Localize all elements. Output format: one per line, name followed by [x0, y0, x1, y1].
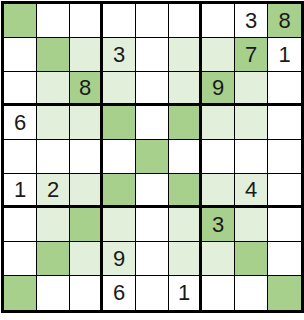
cell-r1c6[interactable] — [169, 4, 202, 38]
cell-r3c4[interactable] — [103, 72, 136, 106]
cell-r4c2[interactable] — [37, 106, 70, 140]
cell-r8c1[interactable] — [4, 242, 37, 276]
cell-r3c9[interactable] — [268, 72, 301, 106]
cell-r5c8[interactable] — [235, 140, 268, 174]
cell-r3c2[interactable] — [37, 72, 70, 106]
cell-r6c6[interactable] — [169, 174, 202, 208]
sudoku-board: 383718961243961 — [1, 1, 304, 313]
cell-r2c5[interactable] — [136, 38, 169, 72]
cell-r4c7[interactable] — [202, 106, 235, 140]
cell-r2c9[interactable]: 1 — [268, 38, 301, 72]
cell-r9c2[interactable] — [37, 276, 70, 310]
cell-r4c9[interactable] — [268, 106, 301, 140]
cell-r1c1[interactable] — [4, 4, 37, 38]
cell-r2c2[interactable] — [37, 38, 70, 72]
cell-r7c7[interactable]: 3 — [202, 208, 235, 242]
cell-r6c8[interactable]: 4 — [235, 174, 268, 208]
cell-r9c9[interactable] — [268, 276, 301, 310]
cell-r9c3[interactable] — [70, 276, 103, 310]
cell-r3c5[interactable] — [136, 72, 169, 106]
cell-r2c6[interactable] — [169, 38, 202, 72]
cell-r9c4[interactable]: 6 — [103, 276, 136, 310]
cell-r1c8[interactable]: 3 — [235, 4, 268, 38]
cell-r5c9[interactable] — [268, 140, 301, 174]
cell-r7c9[interactable] — [268, 208, 301, 242]
cell-r8c4[interactable]: 9 — [103, 242, 136, 276]
cell-r8c7[interactable] — [202, 242, 235, 276]
cell-r9c7[interactable] — [202, 276, 235, 310]
cell-r9c1[interactable] — [4, 276, 37, 310]
cell-r7c3[interactable] — [70, 208, 103, 242]
cell-r8c3[interactable] — [70, 242, 103, 276]
cell-r7c4[interactable] — [103, 208, 136, 242]
cell-r6c4[interactable] — [103, 174, 136, 208]
cell-r3c6[interactable] — [169, 72, 202, 106]
cell-r5c2[interactable] — [37, 140, 70, 174]
cell-r3c3[interactable]: 8 — [70, 72, 103, 106]
cell-r1c5[interactable] — [136, 4, 169, 38]
cell-r9c8[interactable] — [235, 276, 268, 310]
cell-r5c6[interactable] — [169, 140, 202, 174]
cell-r5c7[interactable] — [202, 140, 235, 174]
cell-r9c6[interactable]: 1 — [169, 276, 202, 310]
cell-r5c4[interactable] — [103, 140, 136, 174]
cell-r5c5[interactable] — [136, 140, 169, 174]
cell-r8c9[interactable] — [268, 242, 301, 276]
cell-r4c4[interactable] — [103, 106, 136, 140]
cell-r6c1[interactable]: 1 — [4, 174, 37, 208]
cell-r1c3[interactable] — [70, 4, 103, 38]
cell-r2c1[interactable] — [4, 38, 37, 72]
cell-r1c9[interactable]: 8 — [268, 4, 301, 38]
cell-r7c2[interactable] — [37, 208, 70, 242]
cell-r2c8[interactable]: 7 — [235, 38, 268, 72]
cell-r1c4[interactable] — [103, 4, 136, 38]
cell-r8c2[interactable] — [37, 242, 70, 276]
cell-r6c2[interactable]: 2 — [37, 174, 70, 208]
cell-r7c6[interactable] — [169, 208, 202, 242]
cell-r4c8[interactable] — [235, 106, 268, 140]
cell-r4c5[interactable] — [136, 106, 169, 140]
cell-r7c5[interactable] — [136, 208, 169, 242]
cell-r8c5[interactable] — [136, 242, 169, 276]
cell-r9c5[interactable] — [136, 276, 169, 310]
cell-r3c1[interactable] — [4, 72, 37, 106]
cell-r1c2[interactable] — [37, 4, 70, 38]
cell-r2c3[interactable] — [70, 38, 103, 72]
cell-r1c7[interactable] — [202, 4, 235, 38]
cell-r7c8[interactable] — [235, 208, 268, 242]
cell-r3c8[interactable] — [235, 72, 268, 106]
cell-r5c1[interactable] — [4, 140, 37, 174]
cell-r5c3[interactable] — [70, 140, 103, 174]
cell-r8c8[interactable] — [235, 242, 268, 276]
cell-r2c7[interactable] — [202, 38, 235, 72]
cell-r6c9[interactable] — [268, 174, 301, 208]
cell-r6c5[interactable] — [136, 174, 169, 208]
cell-r3c7[interactable]: 9 — [202, 72, 235, 106]
cell-r6c3[interactable] — [70, 174, 103, 208]
cell-r4c3[interactable] — [70, 106, 103, 140]
cell-r4c1[interactable]: 6 — [4, 106, 37, 140]
cell-r8c6[interactable] — [169, 242, 202, 276]
cell-r4c6[interactable] — [169, 106, 202, 140]
cell-r6c7[interactable] — [202, 174, 235, 208]
cell-r2c4[interactable]: 3 — [103, 38, 136, 72]
cell-r7c1[interactable] — [4, 208, 37, 242]
